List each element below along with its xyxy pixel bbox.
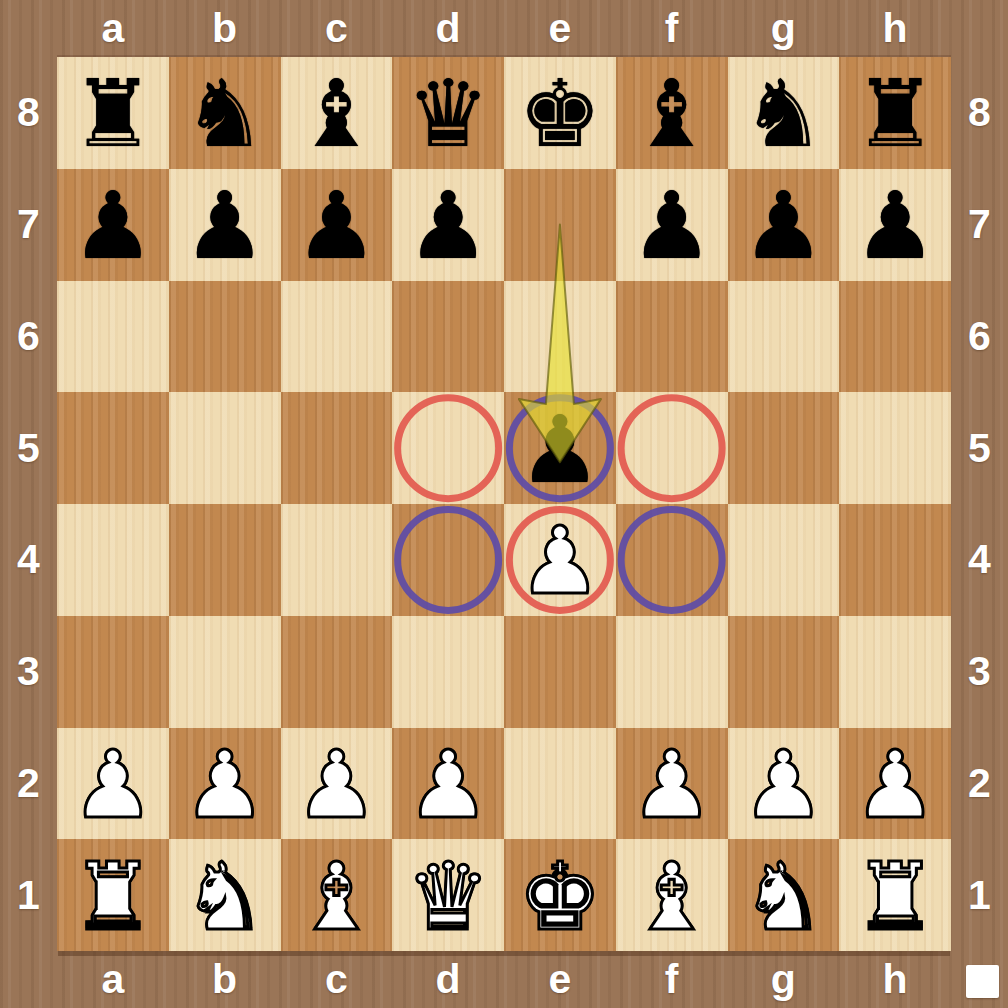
piece-black-knight[interactable]: ♞	[183, 68, 266, 161]
file-label-g: g	[728, 0, 840, 57]
piece-white-knight[interactable]: ♞	[183, 851, 266, 944]
white-to-move-indicator	[966, 965, 999, 998]
square-f5[interactable]	[616, 392, 728, 504]
square-c3[interactable]	[281, 616, 393, 728]
chess-board: ♜♞♝♛♚♝♞♜♟♟♟♟♟♟♟♟♟♟♟♟♟♟♟♟♜♞♝♛♚♝♞♜	[57, 57, 951, 951]
piece-black-pawn[interactable]: ♟	[518, 404, 601, 497]
file-label-g: g	[728, 951, 840, 1008]
piece-black-pawn[interactable]: ♟	[71, 180, 154, 273]
piece-black-bishop[interactable]: ♝	[295, 68, 378, 161]
rank-label-8: 8	[951, 57, 1008, 169]
rank-label-1: 1	[0, 839, 57, 951]
square-f3[interactable]	[616, 616, 728, 728]
square-e1[interactable]: ♚	[504, 839, 616, 951]
square-g6[interactable]	[728, 281, 840, 393]
piece-white-rook[interactable]: ♜	[853, 851, 936, 944]
square-b2[interactable]: ♟	[169, 728, 281, 840]
file-label-a: a	[57, 0, 169, 57]
square-f8[interactable]: ♝	[616, 57, 728, 169]
square-h7[interactable]: ♟	[839, 169, 951, 281]
rank-label-3: 3	[951, 616, 1008, 728]
rank-label-6: 6	[951, 281, 1008, 393]
piece-black-pawn[interactable]: ♟	[742, 180, 825, 273]
square-h5[interactable]	[839, 392, 951, 504]
rank-label-2: 2	[0, 728, 57, 840]
square-d3[interactable]	[392, 616, 504, 728]
piece-white-pawn[interactable]: ♟	[295, 739, 378, 832]
square-f4[interactable]	[616, 504, 728, 616]
square-c6[interactable]	[281, 281, 393, 393]
piece-white-bishop[interactable]: ♝	[630, 851, 713, 944]
file-label-b: b	[169, 951, 281, 1008]
file-label-c: c	[281, 951, 393, 1008]
file-label-e: e	[504, 0, 616, 57]
rank-label-4: 4	[0, 504, 57, 616]
square-d1[interactable]: ♛	[392, 839, 504, 951]
file-label-h: h	[839, 951, 951, 1008]
square-g2[interactable]: ♟	[728, 728, 840, 840]
piece-white-pawn[interactable]: ♟	[406, 739, 489, 832]
square-b4[interactable]	[169, 504, 281, 616]
file-label-f: f	[616, 951, 728, 1008]
square-a5[interactable]	[57, 392, 169, 504]
rank-label-6: 6	[0, 281, 57, 393]
square-h1[interactable]: ♜	[839, 839, 951, 951]
piece-black-pawn[interactable]: ♟	[630, 180, 713, 273]
square-d4[interactable]	[392, 504, 504, 616]
square-a8[interactable]: ♜	[57, 57, 169, 169]
rank-label-3: 3	[0, 616, 57, 728]
square-a1[interactable]: ♜	[57, 839, 169, 951]
square-h6[interactable]	[839, 281, 951, 393]
file-label-e: e	[504, 951, 616, 1008]
rank-label-1: 1	[951, 839, 1008, 951]
square-e5[interactable]: ♟	[504, 392, 616, 504]
file-label-d: d	[392, 0, 504, 57]
square-b1[interactable]: ♞	[169, 839, 281, 951]
square-g3[interactable]	[728, 616, 840, 728]
piece-white-rook[interactable]: ♜	[71, 851, 154, 944]
square-b7[interactable]: ♟	[169, 169, 281, 281]
piece-white-pawn[interactable]: ♟	[630, 739, 713, 832]
square-a7[interactable]: ♟	[57, 169, 169, 281]
rank-label-8: 8	[0, 57, 57, 169]
square-e6[interactable]	[504, 281, 616, 393]
square-e2[interactable]	[504, 728, 616, 840]
piece-black-pawn[interactable]: ♟	[183, 180, 266, 273]
square-g1[interactable]: ♞	[728, 839, 840, 951]
square-g7[interactable]: ♟	[728, 169, 840, 281]
square-f6[interactable]	[616, 281, 728, 393]
file-label-h: h	[839, 0, 951, 57]
square-c2[interactable]: ♟	[281, 728, 393, 840]
rank-label-4: 4	[951, 504, 1008, 616]
piece-white-pawn[interactable]: ♟	[71, 739, 154, 832]
chess-board-frame: abcdefgh abcdefgh 87654321 87654321 ♜♞♝♛…	[0, 0, 1008, 1008]
square-a4[interactable]	[57, 504, 169, 616]
piece-white-queen[interactable]: ♛	[406, 851, 489, 944]
square-h4[interactable]	[839, 504, 951, 616]
square-h2[interactable]: ♟	[839, 728, 951, 840]
piece-white-pawn[interactable]: ♟	[183, 739, 266, 832]
file-label-d: d	[392, 951, 504, 1008]
file-label-a: a	[57, 951, 169, 1008]
piece-black-rook[interactable]: ♜	[853, 68, 936, 161]
square-h8[interactable]: ♜	[839, 57, 951, 169]
square-a6[interactable]	[57, 281, 169, 393]
piece-black-queen[interactable]: ♛	[406, 68, 489, 161]
rank-label-2: 2	[951, 728, 1008, 840]
square-f7[interactable]: ♟	[616, 169, 728, 281]
file-labels-bottom: abcdefgh	[57, 951, 951, 1008]
piece-white-pawn[interactable]: ♟	[518, 515, 601, 608]
piece-black-pawn[interactable]: ♟	[853, 180, 936, 273]
rank-label-5: 5	[951, 392, 1008, 504]
square-d8[interactable]: ♛	[392, 57, 504, 169]
file-label-c: c	[281, 0, 393, 57]
piece-white-knight[interactable]: ♞	[742, 851, 825, 944]
square-e3[interactable]	[504, 616, 616, 728]
square-b8[interactable]: ♞	[169, 57, 281, 169]
square-d5[interactable]	[392, 392, 504, 504]
square-g5[interactable]	[728, 392, 840, 504]
square-c1[interactable]: ♝	[281, 839, 393, 951]
rank-label-7: 7	[951, 169, 1008, 281]
piece-black-pawn[interactable]: ♟	[406, 180, 489, 273]
piece-white-king[interactable]: ♚	[518, 851, 601, 944]
piece-black-knight[interactable]: ♞	[742, 68, 825, 161]
square-e8[interactable]: ♚	[504, 57, 616, 169]
piece-black-pawn[interactable]: ♟	[295, 180, 378, 273]
square-g4[interactable]	[728, 504, 840, 616]
square-d6[interactable]	[392, 281, 504, 393]
square-a3[interactable]	[57, 616, 169, 728]
square-h3[interactable]	[839, 616, 951, 728]
square-b3[interactable]	[169, 616, 281, 728]
square-c7[interactable]: ♟	[281, 169, 393, 281]
square-e7[interactable]	[504, 169, 616, 281]
square-f2[interactable]: ♟	[616, 728, 728, 840]
rank-labels-right: 87654321	[951, 57, 1008, 951]
square-b6[interactable]	[169, 281, 281, 393]
piece-black-bishop[interactable]: ♝	[630, 68, 713, 161]
square-e4[interactable]: ♟	[504, 504, 616, 616]
piece-white-pawn[interactable]: ♟	[742, 739, 825, 832]
square-c5[interactable]	[281, 392, 393, 504]
piece-black-king[interactable]: ♚	[518, 68, 601, 161]
piece-black-rook[interactable]: ♜	[71, 68, 154, 161]
square-c8[interactable]: ♝	[281, 57, 393, 169]
square-d2[interactable]: ♟	[392, 728, 504, 840]
square-g8[interactable]: ♞	[728, 57, 840, 169]
file-label-b: b	[169, 0, 281, 57]
rank-label-5: 5	[0, 392, 57, 504]
square-f1[interactable]: ♝	[616, 839, 728, 951]
file-label-f: f	[616, 0, 728, 57]
rank-label-7: 7	[0, 169, 57, 281]
piece-white-pawn[interactable]: ♟	[853, 739, 936, 832]
file-labels-top: abcdefgh	[57, 0, 951, 57]
rank-labels-left: 87654321	[0, 57, 57, 951]
square-b5[interactable]	[169, 392, 281, 504]
piece-white-bishop[interactable]: ♝	[295, 851, 378, 944]
square-a2[interactable]: ♟	[57, 728, 169, 840]
square-c4[interactable]	[281, 504, 393, 616]
square-d7[interactable]: ♟	[392, 169, 504, 281]
